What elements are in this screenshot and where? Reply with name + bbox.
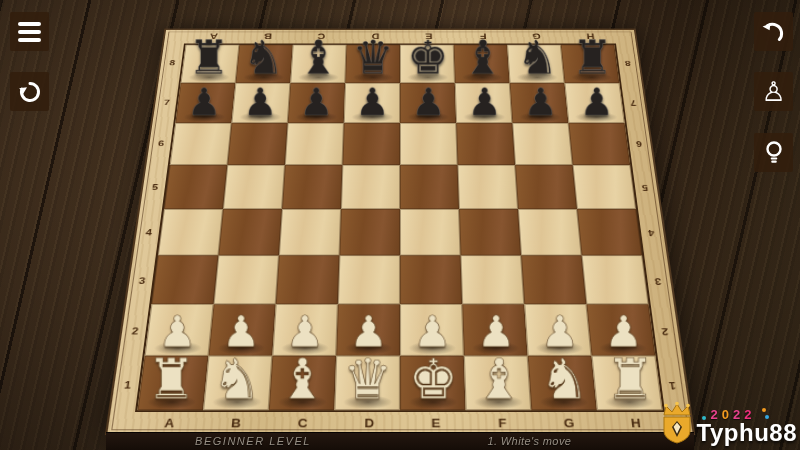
square-h3[interactable] <box>582 255 649 304</box>
square-e6[interactable] <box>400 123 458 165</box>
rank-label-right-8: 8 <box>620 59 636 66</box>
black-pawn[interactable]: ♟ <box>187 83 221 121</box>
rank-label-right-2: 2 <box>656 327 674 337</box>
menu-button[interactable] <box>10 12 49 51</box>
square-h8[interactable]: ♜ <box>561 45 620 83</box>
square-f5[interactable] <box>458 165 518 209</box>
square-e7[interactable]: ♟ <box>400 83 456 123</box>
square-f1[interactable]: ♝ <box>464 356 531 410</box>
move-indicator: 1. White's move <box>487 435 571 447</box>
square-a8[interactable]: ♜ <box>181 45 240 83</box>
rank-label-left-6: 6 <box>153 140 170 148</box>
file-label-bottom-e: E <box>427 418 445 430</box>
square-a3[interactable] <box>151 255 218 304</box>
file-label-bottom-g: G <box>560 418 579 430</box>
square-d3[interactable] <box>338 255 400 304</box>
white-rook[interactable]: ♜ <box>605 352 655 408</box>
rank-label-left-3: 3 <box>133 276 151 285</box>
black-knight[interactable]: ♞ <box>516 35 558 81</box>
undo-button[interactable] <box>754 12 793 51</box>
square-g7[interactable]: ♟ <box>510 83 569 123</box>
square-g1[interactable]: ♞ <box>528 356 597 410</box>
square-b3[interactable] <box>214 255 279 304</box>
square-c5[interactable] <box>282 165 342 209</box>
restart-rotate-icon <box>17 79 43 105</box>
square-h6[interactable] <box>568 123 630 165</box>
square-d7[interactable]: ♟ <box>344 83 400 123</box>
white-knight[interactable]: ♞ <box>211 352 261 408</box>
square-c7[interactable]: ♟ <box>288 83 345 123</box>
app-screen: 8877665544332211AABBCCDDEEFFGGHH ♜♞♝♛♚♝♞… <box>0 0 800 450</box>
black-pawn[interactable]: ♟ <box>523 83 557 121</box>
rank-label-right-1: 1 <box>663 380 682 390</box>
file-label-top-a: A <box>206 32 221 39</box>
square-c4[interactable] <box>279 209 341 255</box>
black-queen[interactable]: ♛ <box>352 35 394 81</box>
black-pawn[interactable]: ♟ <box>579 83 613 121</box>
rank-label-right-5: 5 <box>637 183 654 191</box>
square-b4[interactable] <box>218 209 282 255</box>
file-label-top-d: D <box>368 32 383 39</box>
board-front-face: BEGINNER LEVEL 1. White's move <box>106 432 694 450</box>
white-knight[interactable]: ♞ <box>539 352 589 408</box>
black-bishop[interactable]: ♝ <box>297 35 339 81</box>
square-h7[interactable]: ♟ <box>565 83 625 123</box>
black-rook[interactable]: ♜ <box>187 35 229 81</box>
black-pawn[interactable]: ♟ <box>243 83 277 121</box>
square-b1[interactable]: ♞ <box>203 356 272 410</box>
square-e4[interactable] <box>400 209 461 255</box>
square-d5[interactable] <box>341 165 400 209</box>
black-pawn[interactable]: ♟ <box>411 83 445 121</box>
square-e1[interactable]: ♚ <box>400 356 466 410</box>
square-g3[interactable] <box>521 255 586 304</box>
square-b5[interactable] <box>223 165 285 209</box>
undo-arrow-icon <box>760 18 787 45</box>
year-label: 2022 <box>711 408 756 421</box>
board-scene: 8877665544332211AABBCCDDEEFFGGHH ♜♞♝♛♚♝♞… <box>0 0 800 450</box>
black-bishop[interactable]: ♝ <box>461 35 503 81</box>
square-b6[interactable] <box>227 123 287 165</box>
file-label-bottom-f: F <box>493 418 512 430</box>
square-a5[interactable] <box>164 165 227 209</box>
black-pawn[interactable]: ♟ <box>299 83 333 121</box>
square-g5[interactable] <box>515 165 577 209</box>
rank-label-left-8: 8 <box>164 59 180 66</box>
square-f7[interactable]: ♟ <box>455 83 512 123</box>
square-f4[interactable] <box>459 209 521 255</box>
restart-button[interactable] <box>10 72 49 111</box>
square-a7[interactable]: ♟ <box>175 83 235 123</box>
file-label-bottom-d: D <box>360 418 378 430</box>
square-e5[interactable] <box>400 165 459 209</box>
rank-label-right-7: 7 <box>625 99 641 106</box>
square-d4[interactable] <box>339 209 400 255</box>
square-g8[interactable]: ♞ <box>507 45 564 83</box>
square-h4[interactable] <box>577 209 642 255</box>
white-bishop[interactable]: ♝ <box>277 352 327 408</box>
level-label: BEGINNER LEVEL <box>195 435 311 447</box>
file-label-top-h: H <box>582 32 597 39</box>
white-king[interactable]: ♚ <box>408 352 458 408</box>
white-bishop[interactable]: ♝ <box>473 352 523 408</box>
black-rook[interactable]: ♜ <box>571 35 613 81</box>
hint-button[interactable] <box>754 133 793 172</box>
square-a6[interactable] <box>170 123 232 165</box>
rank-label-right-3: 3 <box>649 276 667 285</box>
file-label-bottom-c: C <box>293 418 311 430</box>
square-b8[interactable]: ♞ <box>235 45 292 83</box>
hamburger-icon <box>18 22 41 42</box>
square-c3[interactable] <box>276 255 340 304</box>
square-d8[interactable]: ♛ <box>345 45 400 83</box>
square-e8[interactable]: ♚ <box>400 45 455 83</box>
square-e3[interactable] <box>400 255 462 304</box>
file-label-bottom-h: H <box>626 418 645 430</box>
pieces-button[interactable]: ♙ <box>754 72 793 111</box>
pawn-icon: ♙ <box>761 78 785 105</box>
square-h5[interactable] <box>573 165 636 209</box>
rank-label-right-4: 4 <box>643 228 660 237</box>
square-c6[interactable] <box>285 123 344 165</box>
crown-shield-icon <box>659 401 695 445</box>
black-pawn[interactable]: ♟ <box>355 83 389 121</box>
file-label-top-c: C <box>314 32 329 39</box>
file-label-bottom-a: A <box>160 418 179 430</box>
brand-name: Typhu88 <box>697 421 797 445</box>
square-g4[interactable] <box>518 209 582 255</box>
rank-label-left-7: 7 <box>159 99 175 106</box>
lightbulb-icon <box>761 139 787 166</box>
black-knight[interactable]: ♞ <box>242 35 284 81</box>
board-3d: 8877665544332211AABBCCDDEEFFGGHH ♜♞♝♛♚♝♞… <box>105 29 695 436</box>
white-rook[interactable]: ♜ <box>146 352 196 408</box>
rank-label-left-4: 4 <box>140 228 157 237</box>
black-pawn[interactable]: ♟ <box>467 83 501 121</box>
file-label-top-b: B <box>260 32 275 39</box>
square-f3[interactable] <box>461 255 525 304</box>
square-a4[interactable] <box>158 209 223 255</box>
white-queen[interactable]: ♛ <box>342 352 392 408</box>
file-label-bottom-b: B <box>226 418 245 430</box>
square-f8[interactable]: ♝ <box>454 45 510 83</box>
square-f6[interactable] <box>456 123 515 165</box>
square-h1[interactable]: ♜ <box>592 356 663 410</box>
file-label-top-f: F <box>475 32 490 39</box>
file-label-top-g: G <box>529 32 544 39</box>
square-d6[interactable] <box>342 123 400 165</box>
rank-label-left-2: 2 <box>126 327 144 337</box>
black-king[interactable]: ♚ <box>407 35 449 81</box>
rank-label-right-6: 6 <box>631 140 648 148</box>
file-label-top-e: E <box>422 32 437 39</box>
brand-watermark: 2022 Typhu88 <box>659 401 797 445</box>
square-a1[interactable]: ♜ <box>137 356 208 410</box>
chess-board[interactable]: ♜♞♝♛♚♝♞♜♟♟♟♟♟♟♟♟♟♟♟♟♟♟♟♟♜♞♝♛♚♝♞♜ <box>135 44 665 412</box>
square-c1[interactable]: ♝ <box>269 356 336 410</box>
square-d1[interactable]: ♛ <box>334 356 400 410</box>
square-b7[interactable]: ♟ <box>232 83 291 123</box>
square-g6[interactable] <box>512 123 572 165</box>
rank-label-left-1: 1 <box>118 380 137 390</box>
rank-label-left-5: 5 <box>147 183 164 191</box>
square-c8[interactable]: ♝ <box>290 45 346 83</box>
